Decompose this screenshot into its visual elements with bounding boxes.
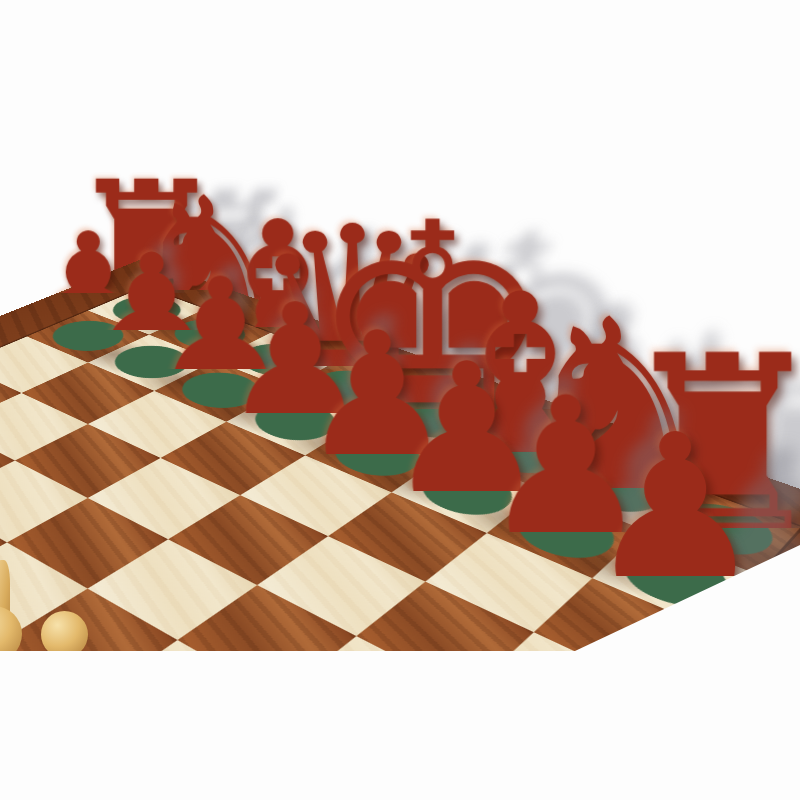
piece-billboard: ♟♟ xyxy=(441,55,800,576)
boxwood-pawn-partial-2 xyxy=(41,611,88,658)
photo-stage: ♜♜♞♞♝♝♛♛♚♚♝♝♞♞♜♜♟♟♟♟♟♟♟♟♟♟♟♟♟♟♟♟ xyxy=(0,0,800,800)
